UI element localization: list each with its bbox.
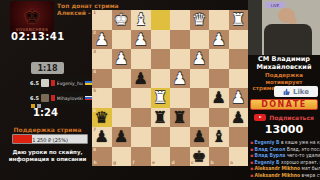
chat-nick: Влад Сокол	[254, 146, 286, 151]
white-pawn: ♟	[92, 30, 112, 50]
chat-text: в каше уже на краю попросил	[281, 140, 320, 145]
square-h5[interactable]: 5	[92, 88, 112, 108]
chat-text: мат был	[302, 166, 320, 171]
square-c1[interactable]: ♛	[190, 10, 210, 30]
square-g2[interactable]	[112, 30, 132, 50]
square-c5[interactable]	[190, 88, 210, 108]
rank-label-5: 5	[93, 89, 96, 94]
square-a4[interactable]	[229, 69, 249, 89]
square-g3[interactable]: ♟	[112, 49, 132, 69]
white-rook: ♜	[229, 10, 249, 30]
square-c6[interactable]	[190, 108, 210, 128]
square-d4[interactable]: ♟	[170, 69, 190, 89]
white-pawn: ♟	[190, 49, 210, 69]
square-g7[interactable]: ♟	[112, 127, 132, 147]
lessons-note-line2: информация в описании	[0, 156, 95, 163]
black-bishop: ♝	[209, 127, 229, 147]
black-title-badge	[51, 95, 55, 101]
square-b2[interactable]: ♟	[209, 30, 229, 50]
black-avatar	[41, 94, 49, 102]
chat-nick: Aleksandr Mikhno	[254, 172, 301, 177]
rank-label-1: 1	[93, 11, 96, 16]
black-player-name: Mihaylovskiy (2545)	[57, 96, 83, 101]
white-score: 6.5	[30, 80, 39, 86]
chat-nick: Влад Бурла	[254, 153, 286, 158]
chat-message: ▪ Evgeniy Б в каше уже на краю попросил	[250, 139, 320, 146]
square-c3[interactable]: ♟	[190, 49, 210, 69]
file-label-f: f	[133, 161, 135, 166]
square-b6[interactable]	[209, 108, 229, 128]
rank-label-4: 4	[93, 70, 96, 75]
square-d8[interactable]: d	[170, 147, 190, 167]
black-score: 6.5	[30, 95, 39, 101]
file-label-h: h	[94, 161, 97, 166]
square-e3[interactable]	[151, 49, 171, 69]
chat-nick: Evgeniy Б	[254, 159, 281, 164]
square-f6[interactable]	[131, 108, 151, 128]
square-b3[interactable]	[209, 49, 229, 69]
square-c4[interactable]	[190, 69, 210, 89]
support-title: Поддержка стрима	[0, 126, 95, 133]
white-flag-icon	[85, 81, 92, 85]
square-a2[interactable]	[229, 30, 249, 50]
streamer-name: СМ Владимир Михайловский	[248, 56, 320, 71]
white-avatar	[41, 79, 49, 87]
square-d1[interactable]	[170, 10, 190, 30]
streamer-name-line2: Михайловский	[248, 64, 320, 72]
lessons-note-line1: Даю уроки по скайпу,	[0, 149, 95, 156]
file-label-g: g	[113, 161, 116, 166]
black-pawn: ♟	[209, 88, 229, 108]
white-queen: ♛	[190, 10, 210, 30]
rank-label-8: 8	[93, 148, 96, 153]
chat-nick: Evgeniy Б	[254, 140, 281, 145]
black-pawn: ♟	[92, 127, 112, 147]
like-label: Like	[293, 88, 309, 96]
subscriber-count: 13000	[248, 123, 320, 136]
rank-label-3: 3	[93, 50, 96, 55]
chat-text: вчера стал печатать але удал	[302, 172, 320, 177]
like-button[interactable]: Like	[274, 86, 318, 97]
square-c7[interactable]: ♟	[190, 127, 210, 147]
square-e7[interactable]	[151, 127, 171, 147]
webcam-view	[248, 0, 320, 55]
chat-text: Влад, это последний тур?	[287, 146, 320, 151]
square-f2[interactable]: ♟	[131, 30, 151, 50]
subscribe-label: Подписаться	[269, 114, 314, 121]
square-e2[interactable]	[151, 30, 171, 50]
file-label-a: a	[230, 161, 233, 166]
black-pawn: ♟	[112, 127, 132, 147]
square-b5[interactable]: ♟	[209, 88, 229, 108]
file-label-e: e	[152, 161, 155, 166]
chat-message: ▪ Aleksandr Mikhno вчера стал печатать а…	[250, 172, 320, 179]
square-h4[interactable]: 4	[92, 69, 112, 89]
square-g8[interactable]: g	[112, 147, 132, 167]
stream-timer: 02:13:41	[11, 31, 65, 42]
square-d6[interactable]: ♜	[170, 108, 190, 128]
chat-message: ▪ Aleksandr Mikhno мат был	[250, 165, 320, 172]
chat-nick: Aleksandr Mikhno	[254, 166, 301, 171]
square-h2[interactable]: 2♟	[92, 30, 112, 50]
player-row-black: 6.5 Mihaylovskiy (2545)	[28, 92, 94, 104]
white-player-name: Evgeniy_hugy (2453)	[57, 81, 83, 86]
square-f1[interactable]: ♝	[131, 10, 151, 30]
black-pawn: ♟	[229, 108, 249, 128]
black-rook: ♜	[170, 108, 190, 128]
square-f7[interactable]	[131, 127, 151, 147]
square-c2[interactable]	[190, 30, 210, 50]
chat-panel: ▪ Evgeniy Б в каше уже на краю попросил▪…	[250, 139, 320, 179]
square-g5[interactable]	[112, 88, 132, 108]
black-queen: ♛	[92, 108, 112, 128]
square-f4[interactable]: ♟	[131, 69, 151, 89]
square-b7[interactable]: ♝	[209, 127, 229, 147]
square-e4[interactable]	[151, 69, 171, 89]
white-rook: ♜	[151, 88, 171, 108]
square-e6[interactable]: ♜	[151, 108, 171, 128]
square-c8[interactable]: c♚	[190, 147, 210, 167]
square-a6[interactable]: ♟	[229, 108, 249, 128]
white-pawn: ♟	[112, 49, 132, 69]
chat-message: ▪ Влад Бурла чего-то удалили	[250, 152, 320, 159]
square-a7[interactable]	[229, 127, 249, 147]
square-g6[interactable]	[112, 108, 132, 128]
lessons-note: Даю уроки по скайпу, информация в описан…	[0, 149, 95, 163]
king-icon: ♚	[23, 7, 40, 26]
chat-text: чего-то удалили	[287, 153, 320, 158]
donate-button[interactable]: DONATE	[250, 99, 318, 110]
streamer-clock: 1:24	[33, 107, 58, 118]
white-pawn: ♟	[170, 69, 190, 89]
white-pawn: ♟	[131, 30, 151, 50]
youtube-play-icon	[254, 114, 266, 121]
square-a1[interactable]: ♜	[229, 10, 249, 30]
square-d2[interactable]	[170, 30, 190, 50]
white-king: ♚	[112, 10, 132, 30]
square-d7[interactable]	[170, 127, 190, 147]
square-e8[interactable]: e	[151, 147, 171, 167]
square-f5[interactable]	[131, 88, 151, 108]
black-flag-icon	[85, 96, 92, 100]
square-d5[interactable]	[170, 88, 190, 108]
white-bishop: ♝	[131, 10, 151, 30]
white-pawn: ♟	[209, 30, 229, 50]
square-f3[interactable]	[131, 49, 151, 69]
black-pawn: ♟	[190, 127, 210, 147]
file-label-d: d	[172, 161, 175, 166]
white-title-badge	[51, 80, 55, 86]
opponent-clock: 1:18	[31, 62, 64, 74]
square-b4[interactable]	[209, 69, 229, 89]
square-h6[interactable]: 6♛	[92, 108, 112, 128]
chess-board: 1♚♝♛♜2♟♟♟3♟♟4♟♟5♜♟♟6♛♜♜♟7♟♟♟♝8hgfedc♚ba	[92, 10, 248, 166]
donation-progress-text: 1 250 ₽ (25%)	[13, 137, 87, 143]
white-pawn: ♟	[229, 88, 249, 108]
square-a3[interactable]	[229, 49, 249, 69]
subscribe-button[interactable]: Подписаться	[250, 113, 318, 122]
cam-badge: LIVE	[265, 2, 285, 8]
top-donor-line1: Топ донат стрима	[57, 2, 119, 9]
black-pawn: ♟	[131, 69, 151, 89]
square-g4[interactable]	[112, 69, 132, 89]
thumbs-up-icon	[283, 88, 291, 96]
donation-progress-bar: 1 250 ₽ (25%)	[12, 134, 88, 144]
square-b1[interactable]	[209, 10, 229, 30]
square-h1[interactable]: 1	[92, 10, 112, 30]
square-g1[interactable]: ♚	[112, 10, 132, 30]
square-e1[interactable]	[151, 10, 171, 30]
black-rook: ♜	[151, 108, 171, 128]
file-label-b: b	[211, 161, 214, 166]
webcam-background-door	[248, 0, 262, 55]
square-d3[interactable]	[170, 49, 190, 69]
square-h7[interactable]: 7♟	[92, 127, 112, 147]
square-a5[interactable]: ♟	[229, 88, 249, 108]
square-h3[interactable]: 3	[92, 49, 112, 69]
square-f8[interactable]: f	[131, 147, 151, 167]
streamer-torso	[264, 24, 312, 55]
stream-overlay: ♚ VOVANCHESS Топ донат стрима Алексей - …	[0, 0, 320, 180]
support-thanks-line1: Поддержка мотивирует	[248, 72, 320, 85]
square-b8[interactable]: b	[209, 147, 229, 167]
square-a8[interactable]: a	[229, 147, 249, 167]
chat-text: хорошо играет, молодец	[281, 159, 320, 164]
player-row-white: 6.5 Evgeniy_hugy (2453)	[28, 77, 94, 89]
black-king: ♚	[190, 147, 210, 167]
square-h8[interactable]: 8h	[92, 147, 112, 167]
square-e5[interactable]: ♜	[151, 88, 171, 108]
